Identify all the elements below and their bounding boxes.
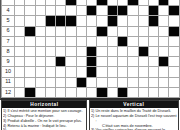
open-cell[interactable] <box>149 27 158 36</box>
open-cell[interactable] <box>139 37 148 46</box>
open-cell[interactable] <box>36 6 45 15</box>
open-cell[interactable] <box>118 78 127 87</box>
block-cell <box>66 16 75 25</box>
open-cell[interactable] <box>139 6 148 15</box>
row-label: 5 <box>2 16 14 25</box>
block-cell <box>139 47 148 56</box>
open-cell[interactable] <box>149 47 158 56</box>
open-cell[interactable] <box>15 6 24 15</box>
horizontal-clues-panel: Horizontal 1)Il s'est mérité une mention… <box>1 100 87 130</box>
row-label: 11 <box>2 78 14 87</box>
open-cell[interactable] <box>108 37 117 46</box>
open-cell[interactable] <box>169 57 178 66</box>
block-cell <box>56 16 65 25</box>
vertical-clues-body: 1)Un reste dans le maillon du Traité de … <box>90 108 178 130</box>
open-cell[interactable] <box>56 27 65 36</box>
open-cell[interactable] <box>66 67 75 76</box>
open-cell[interactable] <box>66 37 75 46</box>
open-cell[interactable] <box>139 78 148 87</box>
open-cell[interactable] <box>149 37 158 46</box>
open-cell[interactable] <box>108 47 117 56</box>
open-cell[interactable] <box>97 37 106 46</box>
block-cell <box>169 6 178 15</box>
open-cell[interactable] <box>66 57 75 66</box>
open-cell[interactable] <box>139 67 148 76</box>
open-cell[interactable] <box>128 57 137 66</box>
open-cell[interactable] <box>56 6 65 15</box>
open-cell[interactable] <box>77 47 86 56</box>
open-cell[interactable] <box>118 27 127 36</box>
open-cell[interactable] <box>46 47 55 56</box>
row-label: 6 <box>2 27 14 36</box>
open-cell[interactable] <box>108 67 117 76</box>
open-cell[interactable] <box>118 67 127 76</box>
block-cell <box>97 27 106 36</box>
open-cell[interactable] <box>169 88 178 97</box>
block-cell <box>108 16 117 25</box>
open-cell[interactable] <box>149 0 158 5</box>
block-cell <box>46 16 55 25</box>
clue-number: 5) <box>3 128 8 130</box>
open-cell[interactable] <box>149 78 158 87</box>
open-cell[interactable] <box>25 47 34 56</box>
open-cell[interactable] <box>87 78 96 87</box>
open-cell[interactable] <box>149 57 158 66</box>
block-cell <box>87 47 96 56</box>
block-cell <box>118 6 127 15</box>
open-cell[interactable] <box>25 37 34 46</box>
open-cell[interactable] <box>15 78 24 87</box>
open-cell[interactable] <box>66 78 75 87</box>
row-label: 8 <box>2 47 14 56</box>
open-cell[interactable] <box>169 78 178 87</box>
open-cell[interactable] <box>56 78 65 87</box>
block-cell <box>97 88 106 97</box>
open-cell[interactable] <box>36 67 45 76</box>
open-cell[interactable] <box>118 16 127 25</box>
open-cell[interactable] <box>159 67 168 76</box>
block-cell <box>97 0 106 5</box>
open-cell[interactable] <box>87 88 96 97</box>
block-cell <box>118 37 127 46</box>
clues-vertical-list: 1)Un reste dans le maillon du Traité de … <box>90 108 178 130</box>
open-cell[interactable] <box>108 27 117 36</box>
open-cell[interactable] <box>139 16 148 25</box>
block-cell <box>66 0 75 5</box>
vertical-clues-panel: Vertical 1)Un reste dans le maillon du T… <box>89 100 179 130</box>
open-cell[interactable] <box>56 88 65 97</box>
open-cell[interactable] <box>15 37 24 46</box>
open-cell[interactable] <box>36 78 45 87</box>
open-cell[interactable] <box>36 27 45 36</box>
open-cell[interactable] <box>56 37 65 46</box>
open-cell[interactable] <box>97 6 106 15</box>
open-cell[interactable] <box>15 47 24 56</box>
open-cell[interactable] <box>36 88 45 97</box>
block-cell <box>87 57 96 66</box>
open-cell[interactable] <box>159 78 168 87</box>
open-cell[interactable] <box>56 0 65 5</box>
block-cell <box>159 57 168 66</box>
open-cell[interactable] <box>36 37 45 46</box>
row-label: 10 <box>2 67 14 76</box>
open-cell[interactable] <box>46 6 55 15</box>
open-cell[interactable] <box>108 78 117 87</box>
vertical-clues-header-label: Vertical <box>124 102 145 107</box>
open-cell[interactable] <box>139 57 148 66</box>
block-cell <box>149 6 158 15</box>
open-cell[interactable] <box>87 16 96 25</box>
block-cell <box>56 57 65 66</box>
horizontal-clues-body: 1)Il s'est mérité une mention pour son c… <box>2 108 86 130</box>
open-cell[interactable] <box>108 88 117 97</box>
open-cell[interactable] <box>169 37 178 46</box>
open-cell[interactable] <box>25 6 34 15</box>
open-cell[interactable] <box>149 67 158 76</box>
block-cell <box>25 27 34 36</box>
open-cell[interactable] <box>128 88 137 97</box>
open-cell[interactable] <box>66 88 75 97</box>
row-label: 7 <box>2 37 14 46</box>
open-cell[interactable] <box>159 47 168 56</box>
open-cell[interactable] <box>36 0 45 5</box>
open-cell[interactable] <box>97 57 106 66</box>
open-cell[interactable] <box>77 67 86 76</box>
open-cell[interactable] <box>25 57 34 66</box>
open-cell[interactable] <box>46 88 55 97</box>
open-cell[interactable] <box>87 0 96 5</box>
open-cell[interactable] <box>128 6 137 15</box>
clue-text: Vos vieilles cartouches d'encre peuvent … <box>96 128 177 130</box>
open-cell[interactable] <box>139 0 148 5</box>
open-cell[interactable] <box>87 37 96 46</box>
open-cell[interactable] <box>77 6 86 15</box>
block-cell <box>128 0 137 5</box>
open-cell[interactable] <box>66 47 75 56</box>
open-cell[interactable] <box>169 67 178 76</box>
open-cell[interactable] <box>25 78 34 87</box>
open-cell[interactable] <box>25 67 34 76</box>
open-cell[interactable] <box>25 0 34 5</box>
open-cell[interactable] <box>169 0 178 5</box>
open-cell[interactable] <box>25 16 34 25</box>
crossword-grid: 456789101112 <box>0 0 180 100</box>
open-cell[interactable] <box>128 78 137 87</box>
open-cell[interactable] <box>139 27 148 36</box>
open-cell[interactable] <box>15 27 24 36</box>
block-cell <box>87 6 96 15</box>
open-cell[interactable] <box>46 37 55 46</box>
clues-horizontal-list: 1)Il s'est mérité une mention pour son c… <box>2 108 86 130</box>
open-cell[interactable] <box>159 6 168 15</box>
block-cell <box>25 88 34 97</box>
clue-text: Le nouvel aquarium de Disraeli l'est tro… <box>96 113 177 123</box>
open-cell[interactable] <box>97 16 106 25</box>
row-label: 9 <box>2 57 14 66</box>
block-cell <box>108 6 117 15</box>
open-cell[interactable] <box>128 27 137 36</box>
open-cell[interactable] <box>169 16 178 25</box>
open-cell[interactable] <box>97 67 106 76</box>
row-label: 4 <box>2 6 14 15</box>
horizontal-clues-header-label: Horizontal <box>30 102 58 107</box>
open-cell[interactable] <box>128 16 137 25</box>
open-cell[interactable] <box>149 88 158 97</box>
row-label: 12 <box>2 88 14 97</box>
open-cell[interactable] <box>87 27 96 36</box>
open-cell[interactable] <box>15 0 24 5</box>
block-cell <box>87 67 96 76</box>
block-cell <box>159 0 168 5</box>
open-cell[interactable] <box>36 57 45 66</box>
open-cell[interactable] <box>66 27 75 36</box>
block-cell <box>77 78 86 87</box>
open-cell[interactable] <box>159 37 168 46</box>
open-cell[interactable] <box>139 88 148 97</box>
vertical-clues-header: Vertical <box>90 101 178 108</box>
open-cell[interactable] <box>108 57 117 66</box>
open-cell[interactable] <box>159 27 168 36</box>
open-cell[interactable] <box>128 67 137 76</box>
vertical-clue-2[interactable]: 2)Le nouvel aquarium de Disraeli l'est t… <box>91 113 177 123</box>
open-cell[interactable] <box>15 67 24 76</box>
block-cell <box>118 88 127 97</box>
open-cell[interactable] <box>118 0 127 5</box>
open-cell[interactable] <box>159 16 168 25</box>
open-cell[interactable] <box>46 0 55 5</box>
open-cell[interactable] <box>46 67 55 76</box>
open-cell[interactable] <box>118 47 127 56</box>
vertical-clue-3[interactable]: 3)Vos vieilles cartouches d'encre peuven… <box>91 128 177 130</box>
open-cell[interactable] <box>46 57 55 66</box>
open-cell[interactable] <box>118 57 127 66</box>
open-cell[interactable] <box>159 88 168 97</box>
open-cell[interactable] <box>56 47 65 56</box>
open-cell[interactable] <box>128 37 137 46</box>
open-cell[interactable] <box>169 47 178 56</box>
open-cell[interactable] <box>77 16 86 25</box>
open-cell[interactable] <box>77 57 86 66</box>
open-cell[interactable] <box>66 6 75 15</box>
open-cell[interactable] <box>15 88 24 97</box>
open-cell[interactable] <box>97 47 106 56</box>
open-cell[interactable] <box>97 78 106 87</box>
open-cell[interactable] <box>46 27 55 36</box>
horizontal-clues-header: Horizontal <box>2 101 86 108</box>
open-cell[interactable] <box>46 78 55 87</box>
open-cell[interactable] <box>15 16 24 25</box>
open-cell[interactable] <box>77 0 86 5</box>
block-cell <box>169 27 178 36</box>
open-cell[interactable] <box>56 67 65 76</box>
open-cell[interactable] <box>36 16 45 25</box>
block-cell <box>149 16 158 25</box>
open-cell[interactable] <box>128 47 137 56</box>
open-cell[interactable] <box>77 27 86 36</box>
open-cell[interactable] <box>15 57 24 66</box>
open-cell[interactable] <box>77 88 86 97</box>
open-cell[interactable] <box>36 47 45 56</box>
open-cell[interactable] <box>108 0 117 5</box>
open-cell[interactable] <box>77 37 86 46</box>
row-label <box>2 0 14 5</box>
horizontal-clue-5[interactable]: 5) <box>3 128 85 130</box>
clue-text: Retenu à la marine : Indiqué le lieu. <box>8 123 67 128</box>
